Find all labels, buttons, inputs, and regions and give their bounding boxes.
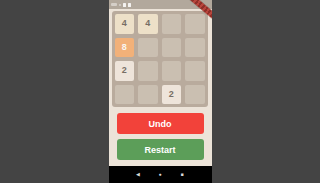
android-nav-bar: ◀ ● ■ bbox=[109, 166, 212, 183]
empty-cell bbox=[138, 61, 158, 81]
tile-2: 2 bbox=[115, 61, 135, 81]
undo-button[interactable]: Undo bbox=[117, 113, 204, 134]
tile-8: 8 bbox=[115, 38, 135, 58]
notification-icon bbox=[123, 3, 126, 7]
empty-cell bbox=[185, 38, 205, 58]
restart-button[interactable]: Restart bbox=[117, 139, 204, 160]
notification-icon bbox=[128, 3, 131, 7]
tile-2: 2 bbox=[162, 85, 182, 105]
empty-cell bbox=[138, 38, 158, 58]
empty-cell bbox=[185, 14, 205, 34]
tile-4: 4 bbox=[115, 14, 135, 34]
empty-cell bbox=[185, 85, 205, 105]
empty-cell bbox=[185, 61, 205, 81]
empty-cell bbox=[162, 38, 182, 58]
status-dot-icon bbox=[119, 4, 121, 6]
time-pill bbox=[111, 3, 117, 6]
recents-icon[interactable]: ■ bbox=[179, 172, 185, 177]
status-bar-left-icons bbox=[109, 3, 131, 7]
home-icon[interactable]: ● bbox=[157, 172, 163, 177]
app-screen: 44822 Undo Restart ◀ ● ■ bbox=[109, 0, 212, 183]
tile-4: 4 bbox=[138, 14, 158, 34]
back-icon[interactable]: ◀ bbox=[135, 172, 141, 177]
empty-cell bbox=[115, 85, 135, 105]
empty-cell bbox=[162, 61, 182, 81]
board[interactable]: 44822 bbox=[112, 11, 208, 107]
empty-cell bbox=[138, 85, 158, 105]
empty-cell bbox=[162, 14, 182, 34]
